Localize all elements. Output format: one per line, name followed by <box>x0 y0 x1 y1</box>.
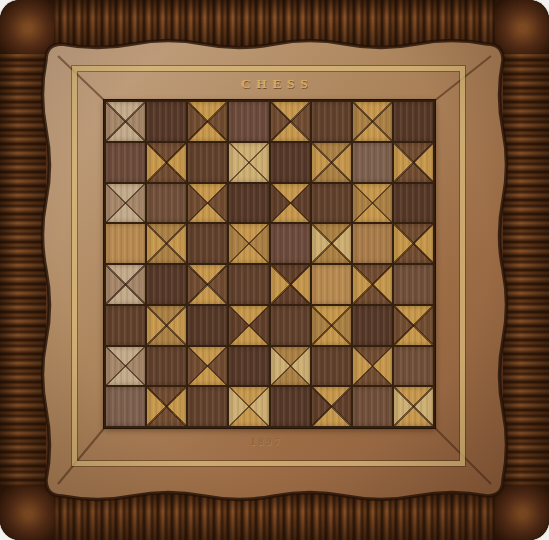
board-title-stamp: CHESS <box>0 76 549 92</box>
square-c6[interactable] <box>188 184 227 223</box>
square-h6[interactable] <box>394 184 433 223</box>
square-b4[interactable] <box>147 265 186 304</box>
square-f8[interactable] <box>312 102 351 141</box>
square-h1[interactable] <box>394 387 433 426</box>
square-g5[interactable] <box>353 224 392 263</box>
square-b1[interactable] <box>147 387 186 426</box>
square-c8[interactable] <box>188 102 227 141</box>
square-f6[interactable] <box>312 184 351 223</box>
square-c2[interactable] <box>188 347 227 386</box>
square-e4[interactable] <box>271 265 310 304</box>
square-a6[interactable] <box>106 184 145 223</box>
square-a7[interactable] <box>106 143 145 182</box>
square-f7[interactable] <box>312 143 351 182</box>
square-e1[interactable] <box>271 387 310 426</box>
square-h8[interactable] <box>394 102 433 141</box>
square-f2[interactable] <box>312 347 351 386</box>
square-e2[interactable] <box>271 347 310 386</box>
square-f5[interactable] <box>312 224 351 263</box>
square-h7[interactable] <box>394 143 433 182</box>
square-g2[interactable] <box>353 347 392 386</box>
square-g6[interactable] <box>353 184 392 223</box>
square-h4[interactable] <box>394 265 433 304</box>
square-a8[interactable] <box>106 102 145 141</box>
square-e6[interactable] <box>271 184 310 223</box>
square-e7[interactable] <box>271 143 310 182</box>
square-d1[interactable] <box>229 387 268 426</box>
square-d5[interactable] <box>229 224 268 263</box>
square-h5[interactable] <box>394 224 433 263</box>
chess-board-photo: CHESS 1897 <box>0 0 549 540</box>
square-a5[interactable] <box>106 224 145 263</box>
square-c3[interactable] <box>188 306 227 345</box>
date-stamp: 1897 <box>0 436 541 447</box>
square-a3[interactable] <box>106 306 145 345</box>
square-b6[interactable] <box>147 184 186 223</box>
square-e8[interactable] <box>271 102 310 141</box>
square-g8[interactable] <box>353 102 392 141</box>
square-g7[interactable] <box>353 143 392 182</box>
square-d4[interactable] <box>229 265 268 304</box>
square-g4[interactable] <box>353 265 392 304</box>
square-h3[interactable] <box>394 306 433 345</box>
square-d3[interactable] <box>229 306 268 345</box>
square-h2[interactable] <box>394 347 433 386</box>
square-c1[interactable] <box>188 387 227 426</box>
square-a1[interactable] <box>106 387 145 426</box>
square-f1[interactable] <box>312 387 351 426</box>
square-e3[interactable] <box>271 306 310 345</box>
square-b5[interactable] <box>147 224 186 263</box>
square-a4[interactable] <box>106 265 145 304</box>
square-e5[interactable] <box>271 224 310 263</box>
square-d7[interactable] <box>229 143 268 182</box>
square-g1[interactable] <box>353 387 392 426</box>
square-f4[interactable] <box>312 265 351 304</box>
square-b8[interactable] <box>147 102 186 141</box>
square-d6[interactable] <box>229 184 268 223</box>
square-d2[interactable] <box>229 347 268 386</box>
square-b7[interactable] <box>147 143 186 182</box>
square-c7[interactable] <box>188 143 227 182</box>
square-f3[interactable] <box>312 306 351 345</box>
square-c4[interactable] <box>188 265 227 304</box>
square-b3[interactable] <box>147 306 186 345</box>
square-a2[interactable] <box>106 347 145 386</box>
square-b2[interactable] <box>147 347 186 386</box>
square-d8[interactable] <box>229 102 268 141</box>
square-c5[interactable] <box>188 224 227 263</box>
board-grid <box>104 100 435 428</box>
square-g3[interactable] <box>353 306 392 345</box>
